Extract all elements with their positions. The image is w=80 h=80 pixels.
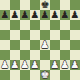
square-g6[interactable] bbox=[60, 20, 70, 30]
square-f4[interactable] bbox=[50, 40, 60, 50]
square-e7[interactable]: ♟ bbox=[40, 10, 50, 20]
square-h8[interactable] bbox=[70, 0, 80, 10]
chess-board: ♚♟♟♟♟♟♟♟♟♟♟♟♟♟♟♟♟♚ bbox=[0, 0, 80, 80]
square-c6[interactable] bbox=[20, 20, 30, 30]
square-g4[interactable] bbox=[60, 40, 70, 50]
square-f5[interactable] bbox=[50, 30, 60, 40]
square-g5[interactable] bbox=[60, 30, 70, 40]
white-pawn[interactable]: ♟ bbox=[51, 60, 60, 70]
square-c5[interactable] bbox=[20, 30, 30, 40]
square-f6[interactable] bbox=[50, 20, 60, 30]
white-pawn[interactable]: ♟ bbox=[41, 40, 50, 50]
black-pawn[interactable]: ♟ bbox=[1, 10, 10, 20]
black-pawn[interactable]: ♟ bbox=[61, 10, 70, 20]
white-pawn[interactable]: ♟ bbox=[21, 60, 30, 70]
square-h7[interactable]: ♟ bbox=[70, 10, 80, 20]
square-b7[interactable]: ♟ bbox=[10, 10, 20, 20]
square-c7[interactable]: ♟ bbox=[20, 10, 30, 20]
square-h6[interactable] bbox=[70, 20, 80, 30]
square-d6[interactable] bbox=[30, 20, 40, 30]
square-b5[interactable] bbox=[10, 30, 20, 40]
white-pawn[interactable]: ♟ bbox=[71, 60, 80, 70]
square-a8[interactable] bbox=[0, 0, 10, 10]
square-d7[interactable]: ♟ bbox=[30, 10, 40, 20]
square-f2[interactable]: ♟ bbox=[50, 60, 60, 70]
square-d4[interactable] bbox=[30, 40, 40, 50]
white-pawn[interactable]: ♟ bbox=[1, 60, 10, 70]
square-f1[interactable] bbox=[50, 70, 60, 80]
square-e2[interactable] bbox=[40, 60, 50, 70]
square-a6[interactable] bbox=[0, 20, 10, 30]
square-g2[interactable]: ♟ bbox=[60, 60, 70, 70]
square-f8[interactable] bbox=[50, 0, 60, 10]
square-h2[interactable]: ♟ bbox=[70, 60, 80, 70]
square-h5[interactable] bbox=[70, 30, 80, 40]
white-pawn[interactable]: ♟ bbox=[31, 60, 40, 70]
black-pawn[interactable]: ♟ bbox=[11, 10, 20, 20]
white-pawn[interactable]: ♟ bbox=[61, 60, 70, 70]
black-pawn[interactable]: ♟ bbox=[41, 10, 50, 20]
square-d8[interactable] bbox=[30, 0, 40, 10]
square-e3[interactable] bbox=[40, 50, 50, 60]
square-c2[interactable]: ♟ bbox=[20, 60, 30, 70]
square-g8[interactable] bbox=[60, 0, 70, 10]
square-c4[interactable] bbox=[20, 40, 30, 50]
square-c1[interactable] bbox=[20, 70, 30, 80]
square-d2[interactable]: ♟ bbox=[30, 60, 40, 70]
black-pawn[interactable]: ♟ bbox=[71, 10, 80, 20]
square-b2[interactable]: ♟ bbox=[10, 60, 20, 70]
square-h1[interactable] bbox=[70, 70, 80, 80]
square-a5[interactable] bbox=[0, 30, 10, 40]
black-pawn[interactable]: ♟ bbox=[51, 10, 60, 20]
square-a4[interactable] bbox=[0, 40, 10, 50]
white-king[interactable]: ♚ bbox=[41, 70, 50, 80]
square-e1[interactable]: ♚ bbox=[40, 70, 50, 80]
square-e4[interactable]: ♟ bbox=[40, 40, 50, 50]
white-pawn[interactable]: ♟ bbox=[11, 60, 20, 70]
square-d3[interactable] bbox=[30, 50, 40, 60]
square-d5[interactable] bbox=[30, 30, 40, 40]
square-c8[interactable] bbox=[20, 0, 30, 10]
square-e8[interactable]: ♚ bbox=[40, 0, 50, 10]
square-b8[interactable] bbox=[10, 0, 20, 10]
square-a1[interactable] bbox=[0, 70, 10, 80]
square-h3[interactable] bbox=[70, 50, 80, 60]
square-d1[interactable] bbox=[30, 70, 40, 80]
square-b6[interactable] bbox=[10, 20, 20, 30]
square-b3[interactable] bbox=[10, 50, 20, 60]
square-h4[interactable] bbox=[70, 40, 80, 50]
square-b1[interactable] bbox=[10, 70, 20, 80]
square-g3[interactable] bbox=[60, 50, 70, 60]
square-b4[interactable] bbox=[10, 40, 20, 50]
black-king[interactable]: ♚ bbox=[41, 0, 50, 10]
square-a3[interactable] bbox=[0, 50, 10, 60]
square-e5[interactable] bbox=[40, 30, 50, 40]
square-a2[interactable]: ♟ bbox=[0, 60, 10, 70]
square-g1[interactable] bbox=[60, 70, 70, 80]
square-f7[interactable]: ♟ bbox=[50, 10, 60, 20]
square-e6[interactable] bbox=[40, 20, 50, 30]
black-pawn[interactable]: ♟ bbox=[21, 10, 30, 20]
square-f3[interactable] bbox=[50, 50, 60, 60]
square-a7[interactable]: ♟ bbox=[0, 10, 10, 20]
black-pawn[interactable]: ♟ bbox=[31, 10, 40, 20]
square-c3[interactable] bbox=[20, 50, 30, 60]
square-g7[interactable]: ♟ bbox=[60, 10, 70, 20]
